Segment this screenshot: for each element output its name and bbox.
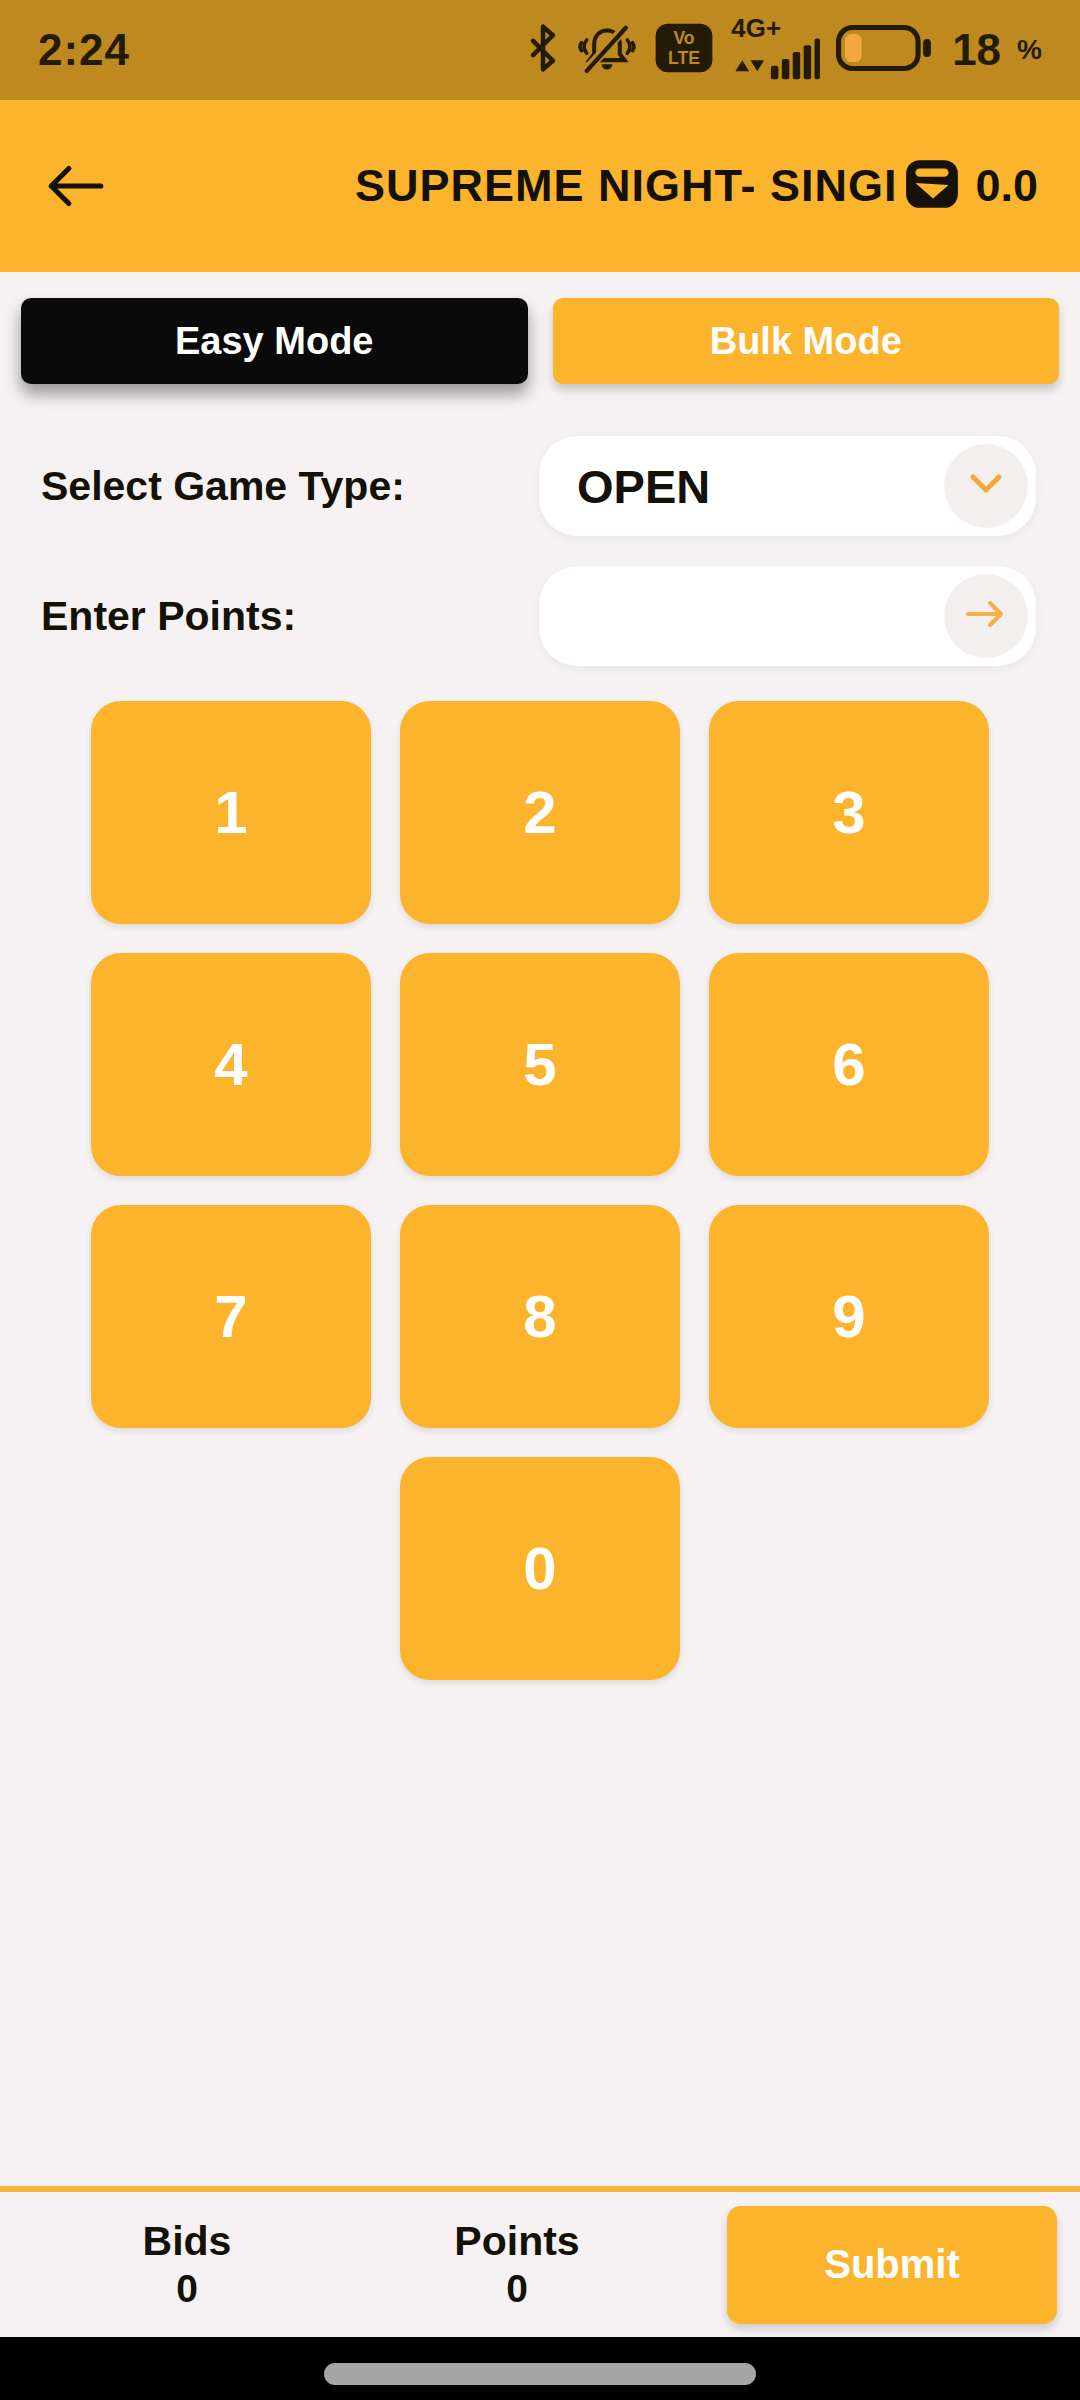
game-type-label: Select Game Type: — [41, 463, 405, 510]
wallet-icon — [903, 155, 961, 217]
mode-toggle: Easy Mode Bulk Mode — [0, 272, 1080, 384]
easy-mode-button[interactable]: Easy Mode — [21, 298, 528, 384]
clock: 2:24 — [38, 25, 130, 75]
keypad-button-2[interactable]: 2 — [400, 701, 680, 924]
bids-stat: Bids 0 — [87, 2218, 287, 2311]
status-icons: Vo LTE 4G+ — [526, 15, 1042, 85]
dropdown-circle[interactable] — [944, 444, 1028, 528]
keypad-button-4[interactable]: 4 — [91, 953, 371, 1176]
volte-icon: Vo LTE — [654, 21, 714, 79]
keypad-button-9[interactable]: 9 — [709, 1205, 989, 1428]
bids-label: Bids — [87, 2218, 287, 2265]
bids-value: 0 — [87, 2267, 287, 2311]
back-button[interactable] — [42, 161, 108, 211]
keypad-button-1[interactable]: 1 — [91, 701, 371, 924]
battery-percent-sign: % — [1017, 34, 1042, 66]
header: SUPREME NIGHT- SINGI 0.0 — [0, 100, 1080, 272]
gesture-pill[interactable] — [324, 2363, 756, 2385]
bulk-mode-button[interactable]: Bulk Mode — [553, 298, 1060, 384]
app-screen: 2:24 Vo LTE — [0, 0, 1080, 2400]
svg-text:Vo: Vo — [674, 28, 695, 48]
battery-icon — [836, 21, 936, 79]
submit-button[interactable]: Submit — [727, 2206, 1057, 2324]
points-row: Enter Points: — [41, 566, 1036, 666]
bluetooth-icon — [526, 22, 560, 78]
wallet-balance: 0.0 — [975, 160, 1038, 212]
footer-bar: Bids 0 Points 0 Submit — [0, 2186, 1080, 2337]
points-input[interactable] — [577, 570, 944, 662]
game-type-dropdown[interactable]: OPEN — [539, 436, 1036, 536]
arrow-right-icon — [963, 596, 1009, 636]
points-go-button[interactable] — [944, 574, 1028, 658]
keypad-button-8[interactable]: 8 — [400, 1205, 680, 1428]
keypad-button-0[interactable]: 0 — [400, 1457, 680, 1680]
svg-text:4G+: 4G+ — [732, 15, 782, 42]
mute-bell-icon — [576, 21, 638, 79]
points-total-label: Points — [417, 2218, 617, 2265]
svg-text:LTE: LTE — [668, 48, 700, 68]
points-stat: Points 0 — [417, 2218, 617, 2311]
system-nav-bar — [0, 2337, 1080, 2400]
keypad-button-6[interactable]: 6 — [709, 953, 989, 1176]
chevron-down-icon — [968, 472, 1004, 500]
number-keypad: 1 2 3 4 5 6 7 8 9 0 — [0, 701, 1080, 1680]
signal-4g-icon: 4G+ — [730, 15, 820, 85]
points-field — [539, 566, 1036, 666]
page-title: SUPREME NIGHT- SINGI — [355, 160, 898, 212]
game-type-value: OPEN — [577, 459, 710, 514]
keypad-button-3[interactable]: 3 — [709, 701, 989, 924]
keypad-button-5[interactable]: 5 — [400, 953, 680, 1176]
keypad-button-7[interactable]: 7 — [91, 1205, 371, 1428]
game-type-row: Select Game Type: OPEN — [41, 436, 1036, 536]
back-arrow-icon — [42, 199, 108, 214]
status-bar: 2:24 Vo LTE — [0, 0, 1080, 100]
points-label: Enter Points: — [41, 593, 296, 640]
title-group: SUPREME NIGHT- SINGI 0.0 — [355, 155, 1038, 217]
points-total-value: 0 — [417, 2267, 617, 2311]
battery-percent: 18 — [952, 25, 1001, 75]
